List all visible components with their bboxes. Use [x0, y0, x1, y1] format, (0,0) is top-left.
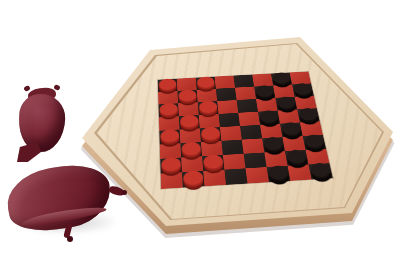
dark-square[interactable]: ●	[158, 79, 178, 92]
black-checker[interactable]: ●	[262, 134, 285, 149]
dark-square[interactable]: ●	[182, 171, 204, 188]
dark-square[interactable]: ●	[179, 115, 200, 129]
dark-square[interactable]: ●	[258, 111, 280, 125]
black-checker[interactable]: ●	[292, 81, 314, 94]
red-checker[interactable]: ●	[180, 139, 202, 154]
dark-square[interactable]	[233, 75, 254, 88]
red-checker[interactable]: ●	[196, 74, 216, 87]
dark-square[interactable]	[221, 140, 243, 155]
light-square	[203, 170, 226, 187]
dark-square[interactable]: ●	[271, 73, 292, 86]
dark-square[interactable]: ●	[275, 97, 297, 111]
upright-pouch	[17, 85, 69, 163]
dark-square[interactable]	[240, 125, 262, 140]
black-checker[interactable]: ●	[266, 163, 290, 179]
dark-square[interactable]: ●	[309, 163, 333, 179]
black-checker[interactable]: ●	[258, 108, 280, 122]
dark-square[interactable]	[237, 99, 258, 113]
light-square	[220, 126, 242, 141]
dark-square[interactable]: ●	[292, 83, 314, 96]
dark-square[interactable]: ●	[262, 137, 285, 152]
product-photo-stage: ●●●●●●●●●●●●●●●●●●●●●●●●	[0, 0, 400, 257]
black-checker[interactable]: ●	[275, 94, 297, 108]
dark-square[interactable]: ●	[202, 155, 224, 171]
black-checker[interactable]: ●	[297, 106, 319, 120]
black-checker[interactable]: ●	[308, 160, 332, 176]
checkerboard: ●●●●●●●●●●●●●●●●●●●●●●●●	[158, 72, 333, 189]
flat-pouch	[5, 163, 129, 243]
red-checker[interactable]: ●	[197, 99, 218, 113]
red-checker[interactable]: ●	[200, 124, 222, 139]
red-checker[interactable]: ●	[160, 155, 182, 171]
dark-square[interactable]: ●	[200, 127, 222, 142]
drawstring-knot	[67, 236, 73, 242]
dark-square[interactable]: ●	[198, 101, 219, 115]
dark-square[interactable]	[216, 88, 237, 101]
red-checker[interactable]: ●	[159, 127, 180, 142]
dark-square[interactable]	[224, 168, 247, 184]
dark-square[interactable]: ●	[159, 130, 180, 145]
light-square	[161, 172, 183, 189]
checkerboard-perspective-wrap: ●●●●●●●●●●●●●●●●●●●●●●●●	[158, 72, 333, 189]
dark-square[interactable]: ●	[177, 90, 197, 104]
red-checker[interactable]: ●	[158, 101, 178, 115]
dark-square[interactable]: ●	[267, 166, 291, 182]
dark-square[interactable]: ●	[159, 103, 179, 117]
red-checker[interactable]: ●	[182, 168, 204, 184]
dark-square[interactable]: ●	[254, 86, 275, 99]
red-checker[interactable]: ●	[158, 76, 178, 89]
dark-square[interactable]: ●	[196, 77, 216, 90]
dark-square[interactable]	[219, 113, 240, 127]
black-checker[interactable]: ●	[271, 70, 292, 83]
dark-square[interactable]: ●	[180, 142, 202, 157]
dark-square[interactable]: ●	[285, 150, 309, 166]
black-checker[interactable]: ●	[302, 132, 325, 147]
red-checker[interactable]: ●	[177, 87, 197, 100]
black-checker[interactable]: ●	[284, 147, 307, 163]
dark-square[interactable]: ●	[297, 108, 320, 122]
black-checker[interactable]: ●	[280, 120, 303, 135]
drawstring-knot	[122, 190, 127, 195]
red-checker[interactable]: ●	[179, 112, 200, 126]
light-square	[215, 76, 235, 89]
dark-square[interactable]: ●	[303, 135, 326, 150]
dark-square[interactable]	[244, 152, 267, 168]
dark-square[interactable]: ●	[160, 158, 182, 174]
black-checker[interactable]: ●	[254, 83, 275, 96]
light-square	[223, 154, 246, 170]
pouch-fold-tail	[17, 142, 41, 162]
pouch-body	[18, 93, 66, 153]
light-square	[217, 100, 238, 114]
red-checker[interactable]: ●	[202, 152, 224, 168]
dark-square[interactable]: ●	[280, 122, 303, 137]
